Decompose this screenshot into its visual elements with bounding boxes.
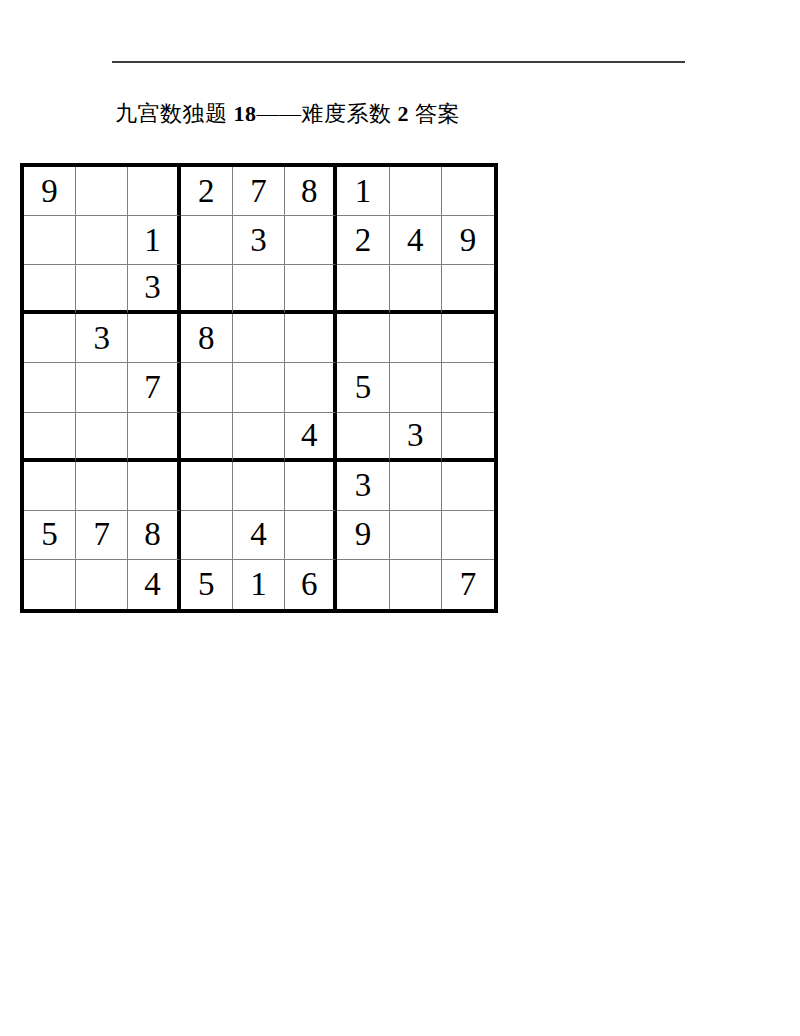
cell-r7c7: 3: [337, 462, 389, 511]
cell-r3c5: [233, 265, 285, 314]
cell-r8c5: 4: [233, 511, 285, 560]
document-page: 九宫数独题 18——难度系数 2 答案 92781132493387543357…: [0, 0, 800, 1036]
cell-r2c5: 3: [233, 216, 285, 265]
cell-r5c2: [76, 363, 128, 412]
cell-r9c7: [337, 560, 389, 609]
cell-r9c8: [390, 560, 442, 609]
title-puzzle-number: 18: [234, 101, 257, 126]
cell-r5c8: [390, 363, 442, 412]
cell-r4c1: [24, 314, 76, 363]
cell-r4c8: [390, 314, 442, 363]
cell-r6c5: [233, 413, 285, 462]
cell-r7c5: [233, 462, 285, 511]
cell-r9c3: 4: [128, 560, 180, 609]
cell-r5c1: [24, 363, 76, 412]
cell-r1c9: [442, 167, 494, 216]
cell-r8c9: [442, 511, 494, 560]
cell-r5c6: [285, 363, 337, 412]
cell-r1c1: 9: [24, 167, 76, 216]
cell-r7c8: [390, 462, 442, 511]
cell-r1c6: 8: [285, 167, 337, 216]
cell-r1c2: [76, 167, 128, 216]
cell-r8c6: [285, 511, 337, 560]
cell-r9c6: 6: [285, 560, 337, 609]
horizontal-rule: [112, 61, 685, 63]
cell-r4c2: 3: [76, 314, 128, 363]
cell-r3c8: [390, 265, 442, 314]
cell-r6c3: [128, 413, 180, 462]
cell-r3c1: [24, 265, 76, 314]
cell-r2c9: 9: [442, 216, 494, 265]
cell-r8c7: 9: [337, 511, 389, 560]
cell-r3c3: 3: [128, 265, 180, 314]
cell-r7c3: [128, 462, 180, 511]
cell-r9c5: 1: [233, 560, 285, 609]
cell-r8c3: 8: [128, 511, 180, 560]
cell-r8c2: 7: [76, 511, 128, 560]
cell-r3c4: [181, 265, 233, 314]
cell-r1c4: 2: [181, 167, 233, 216]
cell-r5c5: [233, 363, 285, 412]
cell-r6c8: 3: [390, 413, 442, 462]
cell-r7c1: [24, 462, 76, 511]
cell-r6c4: [181, 413, 233, 462]
cell-r4c7: [337, 314, 389, 363]
cell-r8c8: [390, 511, 442, 560]
cell-r5c7: 5: [337, 363, 389, 412]
cell-r6c9: [442, 413, 494, 462]
title-difficulty: 2: [398, 101, 410, 126]
page-title: 九宫数独题 18——难度系数 2 答案: [115, 100, 460, 128]
cell-r3c7: [337, 265, 389, 314]
cell-r2c1: [24, 216, 76, 265]
cell-r9c4: 5: [181, 560, 233, 609]
title-suffix: 答案: [409, 101, 460, 126]
cell-r6c1: [24, 413, 76, 462]
cell-r4c3: [128, 314, 180, 363]
cell-r2c8: 4: [390, 216, 442, 265]
cell-r6c6: 4: [285, 413, 337, 462]
cell-r7c9: [442, 462, 494, 511]
cell-r4c6: [285, 314, 337, 363]
cell-r2c3: 1: [128, 216, 180, 265]
cell-r1c7: 1: [337, 167, 389, 216]
cell-r3c6: [285, 265, 337, 314]
cell-r4c5: [233, 314, 285, 363]
cell-r3c2: [76, 265, 128, 314]
cell-r1c5: 7: [233, 167, 285, 216]
cell-r2c4: [181, 216, 233, 265]
cell-r5c3: 7: [128, 363, 180, 412]
cell-r7c6: [285, 462, 337, 511]
cell-r9c1: [24, 560, 76, 609]
cell-r5c9: [442, 363, 494, 412]
cell-r7c2: [76, 462, 128, 511]
cell-r5c4: [181, 363, 233, 412]
cell-r7c4: [181, 462, 233, 511]
cell-r6c7: [337, 413, 389, 462]
cell-r4c4: 8: [181, 314, 233, 363]
cell-r6c2: [76, 413, 128, 462]
cell-r1c3: [128, 167, 180, 216]
cell-r9c2: [76, 560, 128, 609]
cell-r2c2: [76, 216, 128, 265]
cell-r8c4: [181, 511, 233, 560]
cell-r4c9: [442, 314, 494, 363]
sudoku-grid: 9278113249338754335784945167: [20, 163, 498, 613]
cell-r3c9: [442, 265, 494, 314]
cell-r9c9: 7: [442, 560, 494, 609]
title-middle: 难度系数: [302, 101, 398, 126]
cell-r2c6: [285, 216, 337, 265]
title-prefix: 九宫数独题: [115, 101, 234, 126]
cell-r2c7: 2: [337, 216, 389, 265]
cell-r8c1: 5: [24, 511, 76, 560]
cell-r1c8: [390, 167, 442, 216]
title-separator: ——: [257, 101, 302, 126]
